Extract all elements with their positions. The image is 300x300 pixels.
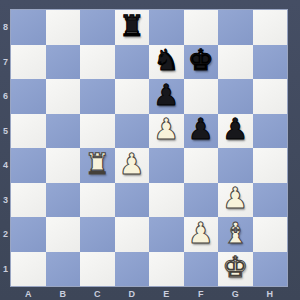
square-f6[interactable] — [184, 79, 219, 114]
square-d1[interactable] — [115, 252, 150, 287]
square-f8[interactable] — [184, 10, 219, 45]
file-labels: ABCDEFGH — [11, 287, 287, 300]
file-label-f: F — [184, 287, 219, 300]
white-rook-c4: ♜ — [84, 150, 110, 179]
square-b4[interactable] — [46, 148, 81, 183]
square-b3[interactable] — [46, 183, 81, 218]
white-pawn-f2: ♟ — [188, 219, 214, 248]
black-pawn-e6: ♟ — [153, 81, 179, 110]
square-a4[interactable] — [11, 148, 46, 183]
square-f2[interactable]: ♟ — [184, 217, 219, 252]
square-b6[interactable] — [46, 79, 81, 114]
square-c3[interactable] — [80, 183, 115, 218]
white-king-g1: ♚ — [222, 253, 248, 282]
black-knight-e7: ♞ — [153, 46, 179, 75]
square-b1[interactable] — [46, 252, 81, 287]
square-h1[interactable] — [253, 252, 288, 287]
black-rook-d8: ♜ — [119, 12, 145, 41]
square-h6[interactable] — [253, 79, 288, 114]
square-c2[interactable] — [80, 217, 115, 252]
square-h4[interactable] — [253, 148, 288, 183]
black-king-f7: ♚ — [188, 46, 214, 75]
square-g1[interactable]: ♚ — [218, 252, 253, 287]
square-g8[interactable] — [218, 10, 253, 45]
square-g4[interactable] — [218, 148, 253, 183]
file-label-a: A — [11, 287, 46, 300]
square-g5[interactable]: ♟ — [218, 114, 253, 149]
file-label-d: D — [115, 287, 150, 300]
square-f3[interactable] — [184, 183, 219, 218]
square-d3[interactable] — [115, 183, 150, 218]
rank-label-5: 5 — [0, 114, 11, 149]
square-d6[interactable] — [115, 79, 150, 114]
square-g2[interactable]: ♝ — [218, 217, 253, 252]
square-c8[interactable] — [80, 10, 115, 45]
square-e8[interactable] — [149, 10, 184, 45]
square-f7[interactable]: ♚ — [184, 45, 219, 80]
black-pawn-g5: ♟ — [222, 115, 248, 144]
square-f4[interactable] — [184, 148, 219, 183]
file-label-b: B — [46, 287, 81, 300]
square-c5[interactable] — [80, 114, 115, 149]
black-pawn-f5: ♟ — [188, 115, 214, 144]
file-label-g: G — [218, 287, 253, 300]
white-pawn-d4: ♟ — [119, 150, 145, 179]
square-f1[interactable] — [184, 252, 219, 287]
square-a1[interactable] — [11, 252, 46, 287]
square-e1[interactable] — [149, 252, 184, 287]
square-h7[interactable] — [253, 45, 288, 80]
chess-board-frame: 87654321 ♜♞♚♟♟♟♟♜♟♟♟♝♚ ABCDEFGH — [0, 0, 300, 300]
square-c1[interactable] — [80, 252, 115, 287]
square-d2[interactable] — [115, 217, 150, 252]
square-b5[interactable] — [46, 114, 81, 149]
rank-label-4: 4 — [0, 148, 11, 183]
square-e7[interactable]: ♞ — [149, 45, 184, 80]
square-d8[interactable]: ♜ — [115, 10, 150, 45]
square-h5[interactable] — [253, 114, 288, 149]
square-a6[interactable] — [11, 79, 46, 114]
file-label-c: C — [80, 287, 115, 300]
square-e4[interactable] — [149, 148, 184, 183]
rank-label-3: 3 — [0, 183, 11, 218]
white-pawn-e5: ♟ — [153, 115, 179, 144]
rank-label-8: 8 — [0, 10, 11, 45]
white-pawn-g3: ♟ — [222, 184, 248, 213]
square-a8[interactable] — [11, 10, 46, 45]
square-c4[interactable]: ♜ — [80, 148, 115, 183]
square-a5[interactable] — [11, 114, 46, 149]
file-label-e: E — [149, 287, 184, 300]
square-h2[interactable] — [253, 217, 288, 252]
rank-label-2: 2 — [0, 217, 11, 252]
square-e5[interactable]: ♟ — [149, 114, 184, 149]
square-b7[interactable] — [46, 45, 81, 80]
square-e3[interactable] — [149, 183, 184, 218]
square-a3[interactable] — [11, 183, 46, 218]
rank-labels: 87654321 — [0, 10, 11, 286]
square-c7[interactable] — [80, 45, 115, 80]
square-c6[interactable] — [80, 79, 115, 114]
square-h3[interactable] — [253, 183, 288, 218]
square-f5[interactable]: ♟ — [184, 114, 219, 149]
file-label-h: H — [253, 287, 288, 300]
square-b2[interactable] — [46, 217, 81, 252]
square-g7[interactable] — [218, 45, 253, 80]
square-a2[interactable] — [11, 217, 46, 252]
white-bishop-g2: ♝ — [222, 219, 248, 248]
rank-label-7: 7 — [0, 45, 11, 80]
chess-board: ♜♞♚♟♟♟♟♜♟♟♟♝♚ — [11, 10, 287, 286]
square-g6[interactable] — [218, 79, 253, 114]
rank-label-6: 6 — [0, 79, 11, 114]
square-e6[interactable]: ♟ — [149, 79, 184, 114]
square-d5[interactable] — [115, 114, 150, 149]
square-g3[interactable]: ♟ — [218, 183, 253, 218]
square-h8[interactable] — [253, 10, 288, 45]
square-b8[interactable] — [46, 10, 81, 45]
rank-label-1: 1 — [0, 252, 11, 287]
square-e2[interactable] — [149, 217, 184, 252]
square-d4[interactable]: ♟ — [115, 148, 150, 183]
square-a7[interactable] — [11, 45, 46, 80]
square-d7[interactable] — [115, 45, 150, 80]
